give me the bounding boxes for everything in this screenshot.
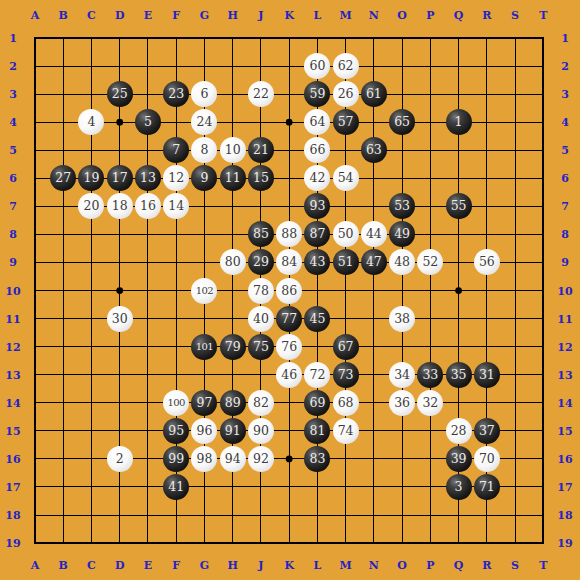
row-label-left-17: 17 — [5, 481, 20, 492]
row-label-left-7: 7 — [9, 201, 17, 212]
row-label-left-16: 16 — [5, 453, 20, 464]
stone-black-61-n3: 61 — [361, 81, 387, 107]
row-label-left-10: 10 — [5, 285, 20, 296]
column-label-bottom-j: J — [258, 560, 263, 571]
stone-white-30-d11: 30 — [107, 306, 133, 332]
column-label-top-f: F — [172, 10, 180, 21]
row-label-left-1: 1 — [9, 33, 17, 44]
stone-white-76-k12: 76 — [276, 334, 302, 360]
stone-white-78-j10: 78 — [248, 278, 274, 304]
stone-white-46-k13: 46 — [276, 362, 302, 388]
stone-white-14-f7: 14 — [163, 193, 189, 219]
column-label-bottom-h: H — [227, 560, 237, 571]
row-label-right-12: 12 — [557, 341, 572, 352]
column-label-bottom-s: S — [511, 560, 519, 571]
stone-white-22-j3: 22 — [248, 81, 274, 107]
column-label-top-r: R — [482, 10, 491, 21]
stone-black-21-j5: 21 — [248, 137, 274, 163]
column-label-bottom-n: N — [369, 560, 379, 571]
stone-white-18-d7: 18 — [107, 193, 133, 219]
stone-black-57-m4: 57 — [333, 109, 359, 135]
row-label-right-4: 4 — [561, 117, 569, 128]
row-label-right-6: 6 — [561, 173, 569, 184]
stone-black-17-d6: 17 — [107, 165, 133, 191]
stone-white-56-r9: 56 — [474, 249, 500, 275]
stone-white-94-h16: 94 — [220, 446, 246, 472]
stone-black-35-q13: 35 — [446, 362, 472, 388]
stone-white-84-k9: 84 — [276, 249, 302, 275]
row-label-right-19: 19 — [557, 538, 572, 549]
row-label-right-13: 13 — [557, 369, 572, 380]
column-label-top-j: J — [258, 10, 263, 21]
stone-black-5-e4: 5 — [135, 109, 161, 135]
row-label-left-3: 3 — [9, 89, 17, 100]
stone-white-4-c4: 4 — [78, 109, 104, 135]
stone-black-65-o4: 65 — [389, 109, 415, 135]
stone-black-53-o7: 53 — [389, 193, 415, 219]
stone-white-60-l2: 60 — [304, 53, 330, 79]
column-label-top-n: N — [369, 10, 379, 21]
stone-black-101-g12: 101 — [191, 334, 217, 360]
column-label-bottom-p: P — [426, 560, 434, 571]
column-label-bottom-o: O — [397, 560, 407, 571]
stone-white-20-c7: 20 — [78, 193, 104, 219]
column-label-bottom-m: M — [340, 560, 352, 571]
row-label-left-19: 19 — [5, 538, 20, 549]
stone-white-80-h9: 80 — [220, 249, 246, 275]
stone-white-52-p9: 52 — [417, 249, 443, 275]
stone-white-70-r16: 70 — [474, 446, 500, 472]
column-label-top-l: L — [314, 10, 322, 21]
stone-black-73-m13: 73 — [333, 362, 359, 388]
row-label-right-10: 10 — [557, 285, 572, 296]
stone-black-7-f5: 7 — [163, 137, 189, 163]
row-label-right-5: 5 — [561, 145, 569, 156]
row-label-left-14: 14 — [5, 397, 20, 408]
row-label-right-17: 17 — [557, 481, 572, 492]
row-label-left-12: 12 — [5, 341, 20, 352]
column-label-top-g: G — [200, 10, 209, 21]
row-label-right-2: 2 — [561, 61, 569, 72]
column-label-bottom-t: T — [539, 560, 547, 571]
column-label-top-k: K — [284, 10, 294, 21]
stone-black-39-q16: 39 — [446, 446, 472, 472]
column-label-bottom-a: A — [31, 560, 40, 571]
stone-black-23-f3: 23 — [163, 81, 189, 107]
stone-white-36-o14: 36 — [389, 390, 415, 416]
column-label-top-e: E — [144, 10, 152, 21]
stone-black-15-j6: 15 — [248, 165, 274, 191]
stone-white-2-d16: 2 — [107, 446, 133, 472]
stone-black-77-k11: 77 — [276, 306, 302, 332]
column-label-top-t: T — [539, 10, 547, 21]
row-label-right-9: 9 — [561, 257, 569, 268]
column-label-bottom-q: Q — [454, 560, 464, 571]
stone-black-89-h14: 89 — [220, 390, 246, 416]
stone-black-69-l14: 69 — [304, 390, 330, 416]
column-label-bottom-k: K — [284, 560, 294, 571]
column-label-bottom-e: E — [144, 560, 152, 571]
stone-white-64-l4: 64 — [304, 109, 330, 135]
stone-white-6-g3: 6 — [191, 81, 217, 107]
stone-black-1-q4: 1 — [446, 109, 472, 135]
stone-white-72-l13: 72 — [304, 362, 330, 388]
stone-black-37-r15: 37 — [474, 418, 500, 444]
stone-black-55-q7: 55 — [446, 193, 472, 219]
stone-black-91-h15: 91 — [220, 418, 246, 444]
stone-white-62-m2: 62 — [333, 53, 359, 79]
stone-black-19-c6: 19 — [78, 165, 104, 191]
column-label-bottom-g: G — [200, 560, 209, 571]
stone-white-82-j14: 82 — [248, 390, 274, 416]
star-point-d4 — [116, 119, 123, 126]
stone-white-98-g16: 98 — [191, 446, 217, 472]
stone-white-102-g10: 102 — [191, 278, 217, 304]
stone-white-50-m8: 50 — [333, 221, 359, 247]
star-point-q10 — [455, 287, 462, 294]
stone-white-66-l5: 66 — [304, 137, 330, 163]
stone-black-41-f17: 41 — [163, 474, 189, 500]
stone-white-40-j11: 40 — [248, 306, 274, 332]
row-label-left-11: 11 — [5, 313, 20, 324]
row-label-right-1: 1 — [561, 33, 569, 44]
stone-black-11-h6: 11 — [220, 165, 246, 191]
row-label-right-8: 8 — [561, 229, 569, 240]
stone-black-67-m12: 67 — [333, 334, 359, 360]
stone-black-31-r13: 31 — [474, 362, 500, 388]
column-label-bottom-d: D — [115, 560, 125, 571]
row-label-left-8: 8 — [9, 229, 17, 240]
stone-black-75-j12: 75 — [248, 334, 274, 360]
stone-white-74-m15: 74 — [333, 418, 359, 444]
stone-black-99-f16: 99 — [163, 446, 189, 472]
row-label-right-18: 18 — [557, 510, 572, 521]
stone-white-12-f6: 12 — [163, 165, 189, 191]
stone-black-29-j9: 29 — [248, 249, 274, 275]
stone-black-49-o8: 49 — [389, 221, 415, 247]
stone-white-54-m6: 54 — [333, 165, 359, 191]
stone-white-92-j16: 92 — [248, 446, 274, 472]
stone-black-9-g6: 9 — [191, 165, 217, 191]
stone-white-68-m14: 68 — [333, 390, 359, 416]
row-label-left-15: 15 — [5, 425, 20, 436]
stone-black-97-g14: 97 — [191, 390, 217, 416]
stone-black-45-l11: 45 — [304, 306, 330, 332]
star-point-k4 — [286, 119, 293, 126]
column-label-bottom-b: B — [59, 560, 68, 571]
stone-white-44-n8: 44 — [361, 221, 387, 247]
column-label-top-o: O — [397, 10, 407, 21]
stone-white-26-m3: 26 — [333, 81, 359, 107]
column-label-top-s: S — [511, 10, 519, 21]
stone-white-16-e7: 16 — [135, 193, 161, 219]
column-label-bottom-f: F — [172, 560, 180, 571]
stone-white-10-h5: 10 — [220, 137, 246, 163]
stone-black-87-l8: 87 — [304, 221, 330, 247]
stone-black-47-n9: 47 — [361, 249, 387, 275]
stone-black-25-d3: 25 — [107, 81, 133, 107]
go-board[interactable]: AABBCCDDEEFFGGHHJJKKLLMMNNOOPPQQRRSSTT11… — [0, 0, 580, 580]
column-label-top-h: H — [227, 10, 237, 21]
row-label-left-6: 6 — [9, 173, 17, 184]
stone-white-96-g15: 96 — [191, 418, 217, 444]
stone-black-81-l15: 81 — [304, 418, 330, 444]
stone-white-88-k8: 88 — [276, 221, 302, 247]
stone-white-100-f14: 100 — [163, 390, 189, 416]
stone-white-32-p14: 32 — [417, 390, 443, 416]
row-label-right-3: 3 — [561, 89, 569, 100]
column-label-top-q: Q — [454, 10, 464, 21]
row-label-left-2: 2 — [9, 61, 17, 72]
star-point-d10 — [116, 287, 123, 294]
stone-black-51-m9: 51 — [333, 249, 359, 275]
stone-white-90-j15: 90 — [248, 418, 274, 444]
stone-black-83-l16: 83 — [304, 446, 330, 472]
stone-black-79-h12: 79 — [220, 334, 246, 360]
stone-black-93-l7: 93 — [304, 193, 330, 219]
column-label-bottom-l: L — [314, 560, 322, 571]
stone-white-38-o11: 38 — [389, 306, 415, 332]
column-label-top-a: A — [31, 10, 40, 21]
column-label-bottom-r: R — [482, 560, 491, 571]
stone-black-63-n5: 63 — [361, 137, 387, 163]
row-label-left-5: 5 — [9, 145, 17, 156]
stone-white-86-k10: 86 — [276, 278, 302, 304]
stone-white-48-o9: 48 — [389, 249, 415, 275]
stone-black-59-l3: 59 — [304, 81, 330, 107]
stone-white-28-q15: 28 — [446, 418, 472, 444]
row-label-right-7: 7 — [561, 201, 569, 212]
stone-black-43-l9: 43 — [304, 249, 330, 275]
column-label-top-b: B — [59, 10, 68, 21]
stone-black-85-j8: 85 — [248, 221, 274, 247]
row-label-right-14: 14 — [557, 397, 572, 408]
row-label-right-11: 11 — [557, 313, 572, 324]
stone-black-33-p13: 33 — [417, 362, 443, 388]
row-label-right-15: 15 — [557, 425, 572, 436]
stone-black-95-f15: 95 — [163, 418, 189, 444]
column-label-top-d: D — [115, 10, 125, 21]
stone-black-71-r17: 71 — [474, 474, 500, 500]
column-label-top-m: M — [340, 10, 352, 21]
row-label-left-18: 18 — [5, 510, 20, 521]
star-point-k16 — [286, 456, 293, 463]
stone-white-24-g4: 24 — [191, 109, 217, 135]
row-label-left-13: 13 — [5, 369, 20, 380]
column-label-bottom-c: C — [87, 560, 96, 571]
row-label-left-9: 9 — [9, 257, 17, 268]
stone-white-8-g5: 8 — [191, 137, 217, 163]
column-label-top-p: P — [426, 10, 434, 21]
stone-black-13-e6: 13 — [135, 165, 161, 191]
stone-black-27-b6: 27 — [50, 165, 76, 191]
stone-black-3-q17: 3 — [446, 474, 472, 500]
row-label-right-16: 16 — [557, 453, 572, 464]
stone-white-34-o13: 34 — [389, 362, 415, 388]
stone-white-42-l6: 42 — [304, 165, 330, 191]
column-label-top-c: C — [87, 10, 96, 21]
row-label-left-4: 4 — [9, 117, 17, 128]
